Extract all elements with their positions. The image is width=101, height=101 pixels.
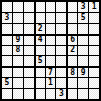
cell-r4c3-empty[interactable]: [24, 35, 34, 45]
cell-r1c2-empty[interactable]: [13, 2, 23, 12]
cell-r2c6-empty[interactable]: [56, 13, 66, 23]
cell-r7c1-empty[interactable]: [2, 67, 12, 77]
cell-r7c8-given[interactable]: 9: [78, 67, 88, 77]
cell-r7c3-empty[interactable]: [24, 67, 34, 77]
cell-r9c6-given[interactable]: 3: [56, 89, 66, 99]
cell-r4c2-given[interactable]: 9: [13, 35, 23, 45]
cell-r7c4-empty[interactable]: [35, 67, 45, 77]
cell-r3c4-given[interactable]: 2: [35, 24, 45, 34]
cell-r3c9-empty[interactable]: [89, 24, 99, 34]
cell-r1c3-empty[interactable]: [24, 2, 34, 12]
cell-r1c1-empty[interactable]: [2, 2, 12, 12]
cell-r3c3-empty[interactable]: [24, 24, 34, 34]
cell-r5c5-empty[interactable]: [46, 46, 56, 56]
cell-r8c2-empty[interactable]: [13, 78, 23, 88]
cell-r2c2-empty[interactable]: [13, 13, 23, 23]
cell-r8c8-empty[interactable]: [78, 78, 88, 88]
cell-r8c3-empty[interactable]: [24, 78, 34, 88]
cell-r5c2-given[interactable]: 8: [13, 46, 23, 56]
cell-r6c1-empty[interactable]: [2, 56, 12, 66]
cell-r7c6-empty[interactable]: [56, 67, 66, 77]
cell-r1c7-empty[interactable]: [67, 2, 77, 12]
cell-r4c7-given[interactable]: 6: [67, 35, 77, 45]
cell-r5c9-empty[interactable]: [89, 46, 99, 56]
cell-r5c8-empty[interactable]: [78, 46, 88, 56]
cell-r6c2-empty[interactable]: [13, 56, 23, 66]
cell-r4c9-empty[interactable]: [89, 35, 99, 45]
cell-r9c8-empty[interactable]: [78, 89, 88, 99]
cell-r1c8-given[interactable]: 3: [78, 2, 88, 12]
cell-r2c5-empty[interactable]: [46, 13, 56, 23]
cell-r3c7-empty[interactable]: [67, 24, 77, 34]
cell-r9c7-empty[interactable]: [67, 89, 77, 99]
sudoku-puzzle: 31352946825789513: [0, 0, 101, 101]
cell-r1c4-empty[interactable]: [35, 2, 45, 12]
cell-r8c5-given[interactable]: 1: [46, 78, 56, 88]
cell-r8c1-given[interactable]: 5: [2, 78, 12, 88]
cell-r2c1-given[interactable]: 3: [2, 13, 12, 23]
cell-r1c5-empty[interactable]: [46, 2, 56, 12]
cell-r2c8-given[interactable]: 5: [78, 13, 88, 23]
cell-r2c7-empty[interactable]: [67, 13, 77, 23]
cell-r5c1-empty[interactable]: [2, 46, 12, 56]
cell-r8c6-empty[interactable]: [56, 78, 66, 88]
cell-r5c6-empty[interactable]: [56, 46, 66, 56]
cell-r5c7-given[interactable]: 2: [67, 46, 77, 56]
cell-r8c4-empty[interactable]: [35, 78, 45, 88]
cell-r4c8-empty[interactable]: [78, 35, 88, 45]
cell-r6c5-empty[interactable]: [46, 56, 56, 66]
cell-r6c7-empty[interactable]: [67, 56, 77, 66]
cell-r1c6-empty[interactable]: [56, 2, 66, 12]
cell-r3c2-empty[interactable]: [13, 24, 23, 34]
cell-r5c3-empty[interactable]: [24, 46, 34, 56]
cell-r6c8-empty[interactable]: [78, 56, 88, 66]
cell-r4c6-empty[interactable]: [56, 35, 66, 45]
sudoku-board: 31352946825789513: [0, 0, 101, 101]
cell-r7c5-given[interactable]: 7: [46, 67, 56, 77]
cell-r8c7-empty[interactable]: [67, 78, 77, 88]
cell-r2c4-empty[interactable]: [35, 13, 45, 23]
cell-r9c4-empty[interactable]: [35, 89, 45, 99]
cell-r6c3-empty[interactable]: [24, 56, 34, 66]
cell-r9c5-empty[interactable]: [46, 89, 56, 99]
cell-r9c3-empty[interactable]: [24, 89, 34, 99]
cell-r1c9-given[interactable]: 1: [89, 2, 99, 12]
cell-r9c2-empty[interactable]: [13, 89, 23, 99]
cell-r2c3-empty[interactable]: [24, 13, 34, 23]
cell-r9c9-empty[interactable]: [89, 89, 99, 99]
cell-r3c8-empty[interactable]: [78, 24, 88, 34]
cell-r7c9-empty[interactable]: [89, 67, 99, 77]
cell-r7c7-given[interactable]: 8: [67, 67, 77, 77]
cell-r5c4-empty[interactable]: [35, 46, 45, 56]
cell-r2c9-empty[interactable]: [89, 13, 99, 23]
cell-r3c1-empty[interactable]: [2, 24, 12, 34]
cell-r4c1-empty[interactable]: [2, 35, 12, 45]
cell-r9c1-empty[interactable]: [2, 89, 12, 99]
cell-r8c9-empty[interactable]: [89, 78, 99, 88]
cell-r4c4-given[interactable]: 4: [35, 35, 45, 45]
cell-r6c6-empty[interactable]: [56, 56, 66, 66]
cell-r4c5-empty[interactable]: [46, 35, 56, 45]
cell-r3c6-empty[interactable]: [56, 24, 66, 34]
cell-r7c2-empty[interactable]: [13, 67, 23, 77]
cell-r6c9-empty[interactable]: [89, 56, 99, 66]
cell-r6c4-given[interactable]: 5: [35, 56, 45, 66]
cell-r3c5-empty[interactable]: [46, 24, 56, 34]
